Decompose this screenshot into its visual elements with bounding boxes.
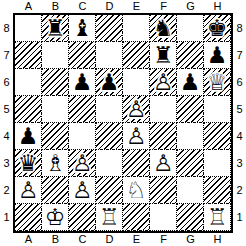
file-labels-top: ABCDEFGH	[13, 0, 233, 13]
square-d1[interactable]: ♜♖	[96, 204, 123, 231]
rank-labels-right: 87654321	[233, 13, 246, 233]
piece-glyph: ♜	[45, 15, 66, 42]
file-label-g: G	[177, 233, 204, 246]
piece-outline-layer: ♙	[126, 96, 147, 123]
rank-label-1: 1	[0, 204, 13, 231]
piece-glyph: ♜	[153, 42, 174, 69]
rank-label-6: 6	[233, 69, 246, 96]
square-c6[interactable]: ♟	[69, 69, 96, 96]
rank-label-2: 2	[0, 177, 13, 204]
piece-glyph: ♟	[99, 69, 120, 96]
piece-glyph: ♟	[180, 69, 201, 96]
square-g3[interactable]	[177, 150, 204, 177]
piece-black-pawn: ♟	[204, 42, 230, 68]
square-e2[interactable]: ♞♘	[123, 177, 150, 204]
square-c1[interactable]	[69, 204, 96, 231]
square-c7[interactable]	[69, 42, 96, 69]
square-a1[interactable]	[15, 204, 42, 231]
piece-white-pawn: ♟♙	[150, 69, 176, 95]
rank-label-8: 8	[0, 15, 13, 42]
square-g5[interactable]	[177, 96, 204, 123]
piece-white-knight: ♞♘	[123, 177, 149, 203]
piece-black-pawn: ♟	[96, 69, 122, 95]
square-f5[interactable]	[150, 96, 177, 123]
square-g6[interactable]: ♟	[177, 69, 204, 96]
square-c8[interactable]: ♝	[69, 15, 96, 42]
piece-glyph: ♟	[18, 123, 39, 150]
square-b6[interactable]	[42, 69, 69, 96]
square-f4[interactable]	[150, 123, 177, 150]
rank-label-3: 3	[233, 150, 246, 177]
square-b3[interactable]: ♝♗	[42, 150, 69, 177]
square-e6[interactable]	[123, 69, 150, 96]
square-g8[interactable]	[177, 15, 204, 42]
file-label-e: E	[123, 0, 150, 13]
square-d5[interactable]	[96, 96, 123, 123]
file-label-f: F	[150, 0, 177, 13]
piece-white-rook: ♜♖	[96, 204, 122, 230]
square-d3[interactable]	[96, 150, 123, 177]
piece-outline-layer: ♔	[45, 204, 66, 231]
square-e4[interactable]: ♟♙	[123, 123, 150, 150]
piece-outline-layer: ♙	[126, 123, 147, 150]
rank-label-2: 2	[233, 177, 246, 204]
square-a3[interactable]: ♛	[15, 150, 42, 177]
square-d8[interactable]	[96, 15, 123, 42]
chess-board: ♜♝♞♚♜♟♟♟♟♙♟♛♕♟♙♟♟♙♛♝♗♟♙♟♙♟♙♟♙♞♘♚♔♜♖♜♖	[13, 13, 233, 233]
file-label-h: H	[204, 233, 231, 246]
square-f1[interactable]	[150, 204, 177, 231]
square-d7[interactable]	[96, 42, 123, 69]
piece-white-pawn: ♟♙	[69, 177, 95, 203]
piece-glyph: ♛	[18, 150, 39, 177]
square-e8[interactable]	[123, 15, 150, 42]
square-f8[interactable]: ♞	[150, 15, 177, 42]
square-g7[interactable]	[177, 42, 204, 69]
piece-black-king: ♚	[204, 15, 230, 41]
piece-black-knight: ♞	[150, 15, 176, 41]
piece-glyph: ♞	[153, 15, 174, 42]
square-h3[interactable]	[204, 150, 231, 177]
square-a7[interactable]	[15, 42, 42, 69]
square-h1[interactable]: ♜♖	[204, 204, 231, 231]
square-b2[interactable]	[42, 177, 69, 204]
corner-bottom-left	[0, 233, 13, 246]
square-f3[interactable]: ♟♙	[150, 150, 177, 177]
rank-label-4: 4	[0, 123, 13, 150]
square-h5[interactable]	[204, 96, 231, 123]
corner-bottom-right	[233, 233, 246, 246]
square-h7[interactable]: ♟	[204, 42, 231, 69]
square-e7[interactable]	[123, 42, 150, 69]
square-e5[interactable]: ♟♙	[123, 96, 150, 123]
file-label-e: E	[123, 233, 150, 246]
piece-white-pawn: ♟♙	[123, 123, 149, 149]
piece-outline-layer: ♘	[126, 177, 147, 204]
piece-outline-layer: ♙	[153, 150, 174, 177]
square-e3[interactable]	[123, 150, 150, 177]
piece-glyph: ♚	[207, 15, 228, 42]
piece-white-pawn: ♟♙	[69, 150, 95, 176]
piece-black-rook: ♜	[150, 42, 176, 68]
rank-label-8: 8	[233, 15, 246, 42]
file-labels-bottom: ABCDEFGH	[13, 233, 233, 246]
square-f2[interactable]	[150, 177, 177, 204]
square-d2[interactable]	[96, 177, 123, 204]
file-label-b: B	[42, 233, 69, 246]
square-d6[interactable]: ♟	[96, 69, 123, 96]
square-g4[interactable]	[177, 123, 204, 150]
square-g2[interactable]	[177, 177, 204, 204]
file-label-g: G	[177, 0, 204, 13]
piece-black-pawn: ♟	[177, 69, 203, 95]
piece-outline-layer: ♖	[99, 204, 120, 231]
rank-label-5: 5	[233, 96, 246, 123]
rank-label-4: 4	[233, 123, 246, 150]
piece-outline-layer: ♙	[18, 177, 39, 204]
file-label-a: A	[15, 0, 42, 13]
piece-black-rook: ♜	[42, 15, 68, 41]
piece-glyph: ♟	[72, 69, 93, 96]
square-a8[interactable]	[15, 15, 42, 42]
square-b1[interactable]: ♚♔	[42, 204, 69, 231]
square-b5[interactable]	[42, 96, 69, 123]
rank-label-1: 1	[233, 204, 246, 231]
piece-outline-layer: ♙	[153, 69, 174, 96]
file-label-c: C	[69, 0, 96, 13]
file-label-d: D	[96, 0, 123, 13]
piece-black-pawn: ♟	[15, 123, 41, 149]
rank-label-6: 6	[0, 69, 13, 96]
corner-top-right	[233, 0, 246, 13]
piece-white-pawn: ♟♙	[123, 96, 149, 122]
corner-top-left	[0, 0, 13, 13]
piece-glyph: ♟	[207, 42, 228, 69]
piece-outline-layer: ♖	[207, 204, 228, 231]
square-a4[interactable]: ♟	[15, 123, 42, 150]
file-label-b: B	[42, 0, 69, 13]
piece-white-pawn: ♟♙	[150, 150, 176, 176]
square-h6[interactable]: ♛♕	[204, 69, 231, 96]
piece-white-king: ♚♔	[42, 204, 68, 230]
square-e1[interactable]	[123, 204, 150, 231]
rank-labels-left: 87654321	[0, 13, 13, 233]
square-c4[interactable]	[69, 123, 96, 150]
rank-label-7: 7	[233, 42, 246, 69]
piece-white-rook: ♜♖	[204, 204, 230, 230]
square-d4[interactable]	[96, 123, 123, 150]
square-a6[interactable]	[15, 69, 42, 96]
piece-white-bishop: ♝♗	[42, 150, 68, 176]
piece-outline-layer: ♙	[72, 177, 93, 204]
piece-white-pawn: ♟♙	[15, 177, 41, 203]
square-c2[interactable]: ♟♙	[69, 177, 96, 204]
square-h2[interactable]	[204, 177, 231, 204]
piece-black-bishop: ♝	[69, 15, 95, 41]
square-c3[interactable]: ♟♙	[69, 150, 96, 177]
rank-label-5: 5	[0, 96, 13, 123]
square-g1[interactable]	[177, 204, 204, 231]
piece-white-queen: ♛♕	[204, 69, 230, 95]
file-label-d: D	[96, 233, 123, 246]
chess-diagram: ABCDEFGH 87654321 ♜♝♞♚♜♟♟♟♟♙♟♛♕♟♙♟♟♙♛♝♗♟…	[0, 0, 246, 246]
square-f7[interactable]: ♜	[150, 42, 177, 69]
piece-black-pawn: ♟	[69, 69, 95, 95]
file-label-c: C	[69, 233, 96, 246]
rank-label-7: 7	[0, 42, 13, 69]
piece-glyph: ♝	[72, 15, 93, 42]
square-b4[interactable]	[42, 123, 69, 150]
square-f6[interactable]: ♟♙	[150, 69, 177, 96]
piece-black-queen: ♛	[15, 150, 41, 176]
square-h4[interactable]	[204, 123, 231, 150]
square-b8[interactable]: ♜	[42, 15, 69, 42]
piece-outline-layer: ♕	[207, 69, 228, 96]
file-label-h: H	[204, 0, 231, 13]
square-c5[interactable]	[69, 96, 96, 123]
square-b7[interactable]	[42, 42, 69, 69]
square-a5[interactable]	[15, 96, 42, 123]
piece-outline-layer: ♗	[45, 150, 66, 177]
file-label-a: A	[15, 233, 42, 246]
file-label-f: F	[150, 233, 177, 246]
square-a2[interactable]: ♟♙	[15, 177, 42, 204]
piece-outline-layer: ♙	[72, 150, 93, 177]
square-h8[interactable]: ♚	[204, 15, 231, 42]
rank-label-3: 3	[0, 150, 13, 177]
